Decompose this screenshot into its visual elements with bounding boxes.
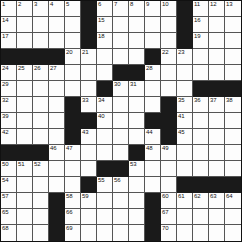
grid-cell[interactable]: [129, 225, 145, 241]
grid-cell[interactable]: 13: [225, 1, 241, 17]
grid-cell[interactable]: [225, 113, 241, 129]
grid-cell[interactable]: 46: [49, 145, 65, 161]
clue-number: 18: [98, 33, 104, 40]
grid-cell[interactable]: [33, 97, 49, 113]
grid-cell[interactable]: 23: [177, 49, 193, 65]
grid-cell[interactable]: [65, 33, 81, 49]
black-cell: [177, 1, 193, 17]
grid-cell[interactable]: [145, 17, 161, 33]
clue-number: 4: [50, 1, 53, 8]
grid-cell[interactable]: [49, 129, 65, 145]
grid-cell[interactable]: [225, 225, 241, 241]
grid-cell[interactable]: [17, 81, 33, 97]
grid-cell[interactable]: [33, 81, 49, 97]
grid-cell[interactable]: [49, 97, 65, 113]
grid-cell[interactable]: [129, 113, 145, 129]
black-cell: [209, 177, 225, 193]
grid-cell[interactable]: 20: [65, 49, 81, 65]
grid-cell[interactable]: [97, 145, 113, 161]
black-cell: [49, 193, 65, 209]
grid-cell[interactable]: 18: [97, 33, 113, 49]
clue-number: 24: [2, 65, 8, 72]
grid-cell[interactable]: [33, 17, 49, 33]
grid-cell[interactable]: 66: [65, 209, 81, 225]
clue-number: 19: [194, 33, 200, 40]
clue-number: 50: [2, 161, 8, 168]
grid-cell[interactable]: [209, 129, 225, 145]
clue-number: 31: [130, 81, 136, 88]
grid-cell[interactable]: [17, 177, 33, 193]
grid-cell[interactable]: [49, 161, 65, 177]
grid-cell[interactable]: 48: [145, 145, 161, 161]
grid-cell[interactable]: [113, 33, 129, 49]
grid-cell[interactable]: [33, 193, 49, 209]
clue-number: 25: [18, 65, 24, 72]
grid-cell[interactable]: 32: [1, 97, 17, 113]
grid-cell[interactable]: [65, 65, 81, 81]
grid-cell[interactable]: 64: [225, 193, 241, 209]
grid-cell[interactable]: [161, 177, 177, 193]
clue-number: 40: [98, 113, 104, 120]
grid-cell[interactable]: [225, 129, 241, 145]
black-cell: [81, 177, 97, 193]
grid-cell[interactable]: 50: [1, 161, 17, 177]
grid-cell[interactable]: 4: [49, 1, 65, 17]
grid-cell[interactable]: [33, 209, 49, 225]
grid-cell[interactable]: 51: [17, 161, 33, 177]
grid-cell[interactable]: [225, 33, 241, 49]
clue-number: 69: [66, 225, 72, 232]
black-cell: [33, 145, 49, 161]
grid-cell[interactable]: 9: [145, 1, 161, 17]
clue-number: 60: [162, 193, 168, 200]
clue-number: 26: [34, 65, 40, 72]
grid-cell[interactable]: [49, 81, 65, 97]
crossword-grid: 1234567891011121314151617181920212223242…: [0, 0, 242, 242]
clue-number: 15: [98, 17, 104, 24]
grid-cell[interactable]: [33, 225, 49, 241]
grid-cell[interactable]: [97, 49, 113, 65]
grid-cell[interactable]: [81, 145, 97, 161]
clue-number: 10: [162, 1, 168, 8]
grid-cell[interactable]: [113, 17, 129, 33]
grid-cell[interactable]: [113, 129, 129, 145]
grid-cell[interactable]: [209, 65, 225, 81]
clue-number: 52: [34, 161, 40, 168]
grid-cell[interactable]: 6: [97, 1, 113, 17]
grid-cell[interactable]: [177, 65, 193, 81]
black-cell: [1, 49, 17, 65]
clue-number: 34: [98, 97, 104, 104]
clue-number: 35: [178, 97, 184, 104]
grid-cell[interactable]: 45: [177, 129, 193, 145]
grid-cell[interactable]: [65, 17, 81, 33]
clue-number: 45: [178, 129, 184, 136]
grid-cell[interactable]: [193, 225, 209, 241]
grid-cell[interactable]: [81, 65, 97, 81]
grid-cell[interactable]: [193, 65, 209, 81]
grid-cell[interactable]: 42: [1, 129, 17, 145]
grid-cell[interactable]: 17: [1, 33, 17, 49]
grid-cell[interactable]: [225, 49, 241, 65]
clue-number: 2: [18, 1, 21, 8]
grid-cell[interactable]: [97, 193, 113, 209]
grid-cell[interactable]: [17, 129, 33, 145]
black-cell: [193, 177, 209, 193]
clue-number: 13: [226, 1, 232, 8]
grid-cell[interactable]: 39: [1, 113, 17, 129]
clue-number: 29: [2, 81, 8, 88]
grid-cell[interactable]: 43: [81, 129, 97, 145]
clue-number: 36: [194, 97, 200, 104]
grid-cell[interactable]: [161, 81, 177, 97]
black-cell: [49, 209, 65, 225]
black-cell: [161, 129, 177, 145]
grid-cell[interactable]: [65, 161, 81, 177]
grid-cell[interactable]: [97, 225, 113, 241]
clue-number: 64: [226, 193, 232, 200]
grid-cell[interactable]: [129, 129, 145, 145]
clue-number: 27: [50, 65, 56, 72]
grid-cell[interactable]: [65, 177, 81, 193]
clue-number: 68: [2, 225, 8, 232]
grid-cell[interactable]: [193, 145, 209, 161]
black-cell: [177, 17, 193, 33]
grid-cell[interactable]: [81, 225, 97, 241]
black-cell: [33, 49, 49, 65]
clue-number: 5: [66, 1, 69, 8]
grid-cell[interactable]: [129, 177, 145, 193]
grid-cell[interactable]: [113, 145, 129, 161]
grid-cell[interactable]: 59: [81, 193, 97, 209]
grid-cell[interactable]: [17, 193, 33, 209]
grid-cell[interactable]: [97, 209, 113, 225]
grid-cell[interactable]: 62: [193, 193, 209, 209]
black-cell: [49, 49, 65, 65]
black-cell: [161, 113, 177, 129]
grid-cell[interactable]: 70: [161, 225, 177, 241]
grid-cell[interactable]: [113, 113, 129, 129]
grid-cell[interactable]: [225, 209, 241, 225]
clue-number: 42: [2, 129, 8, 136]
grid-cell[interactable]: [177, 81, 193, 97]
grid-cell[interactable]: 29: [1, 81, 17, 97]
black-cell: [113, 161, 129, 177]
grid-cell[interactable]: [177, 209, 193, 225]
clue-number: 48: [146, 145, 152, 152]
clue-number: 61: [178, 193, 184, 200]
clue-number: 57: [2, 193, 8, 200]
black-cell: [97, 81, 113, 97]
grid-cell[interactable]: 35: [177, 97, 193, 113]
grid-cell[interactable]: [161, 17, 177, 33]
grid-cell[interactable]: 7: [113, 1, 129, 17]
grid-cell[interactable]: [177, 161, 193, 177]
grid-cell[interactable]: 21: [81, 49, 97, 65]
black-cell: [81, 1, 97, 17]
black-cell: [145, 113, 161, 129]
black-cell: [177, 177, 193, 193]
clue-number: 9: [146, 1, 149, 8]
grid-cell[interactable]: [209, 33, 225, 49]
clue-number: 12: [210, 1, 216, 8]
black-cell: [129, 65, 145, 81]
grid-cell[interactable]: [145, 177, 161, 193]
grid-cell[interactable]: 33: [81, 97, 97, 113]
clue-number: 44: [146, 129, 152, 136]
grid-cell[interactable]: [225, 161, 241, 177]
clue-number: 21: [82, 49, 88, 56]
clue-number: 23: [178, 49, 184, 56]
grid-cell[interactable]: 22: [161, 49, 177, 65]
grid-cell[interactable]: [33, 33, 49, 49]
grid-cell[interactable]: [209, 17, 225, 33]
clue-number: 47: [66, 145, 72, 152]
grid-cell[interactable]: 40: [97, 113, 113, 129]
black-cell: [145, 193, 161, 209]
grid-cell[interactable]: 65: [1, 209, 17, 225]
grid-cell[interactable]: [33, 129, 49, 145]
grid-cell[interactable]: [129, 209, 145, 225]
grid-cell[interactable]: 41: [177, 113, 193, 129]
grid-cell[interactable]: [113, 209, 129, 225]
clue-number: 28: [146, 65, 152, 72]
grid-cell[interactable]: [209, 49, 225, 65]
grid-cell[interactable]: 5: [65, 1, 81, 17]
clue-number: 8: [130, 1, 133, 8]
clue-number: 38: [226, 97, 232, 104]
grid-cell[interactable]: [33, 113, 49, 129]
grid-cell[interactable]: 55: [97, 177, 113, 193]
clue-number: 20: [66, 49, 72, 56]
grid-cell[interactable]: [49, 177, 65, 193]
clue-number: 65: [2, 209, 8, 216]
grid-cell[interactable]: [225, 17, 241, 33]
grid-cell[interactable]: 24: [1, 65, 17, 81]
black-cell: [225, 177, 241, 193]
clue-number: 39: [2, 113, 8, 120]
grid-cell[interactable]: [113, 225, 129, 241]
grid-cell[interactable]: 10: [161, 1, 177, 17]
grid-cell[interactable]: [209, 145, 225, 161]
grid-cell[interactable]: 30: [113, 81, 129, 97]
grid-cell[interactable]: 58: [65, 193, 81, 209]
grid-cell[interactable]: [161, 33, 177, 49]
grid-cell[interactable]: 26: [33, 65, 49, 81]
clue-number: 7: [114, 1, 117, 8]
grid-cell[interactable]: 53: [129, 161, 145, 177]
grid-cell[interactable]: [17, 225, 33, 241]
grid-cell[interactable]: [193, 113, 209, 129]
grid-cell[interactable]: [129, 193, 145, 209]
grid-cell[interactable]: [209, 113, 225, 129]
grid-cell[interactable]: [129, 49, 145, 65]
grid-cell[interactable]: [65, 81, 81, 97]
grid-cell[interactable]: 63: [209, 193, 225, 209]
grid-cell[interactable]: 19: [193, 33, 209, 49]
grid-cell[interactable]: [33, 177, 49, 193]
grid-cell[interactable]: 68: [1, 225, 17, 241]
black-cell: [97, 161, 113, 177]
grid-cell[interactable]: 67: [161, 209, 177, 225]
grid-cell[interactable]: [193, 209, 209, 225]
grid-cell[interactable]: 8: [129, 1, 145, 17]
grid-cell[interactable]: 61: [177, 193, 193, 209]
grid-cell[interactable]: 38: [225, 97, 241, 113]
grid-cell[interactable]: [209, 161, 225, 177]
clue-number: 43: [82, 129, 88, 136]
grid-cell[interactable]: [145, 33, 161, 49]
black-cell: [177, 33, 193, 49]
grid-cell[interactable]: 36: [193, 97, 209, 113]
grid-cell[interactable]: [81, 209, 97, 225]
grid-cell[interactable]: 44: [145, 129, 161, 145]
grid-cell[interactable]: 56: [113, 177, 129, 193]
grid-cell[interactable]: 69: [65, 225, 81, 241]
clue-number: 58: [66, 193, 72, 200]
grid-cell[interactable]: 12: [209, 1, 225, 17]
black-cell: [193, 81, 209, 97]
clue-number: 70: [162, 225, 168, 232]
grid-cell[interactable]: [225, 65, 241, 81]
grid-cell[interactable]: [193, 161, 209, 177]
clue-number: 14: [2, 17, 8, 24]
grid-cell[interactable]: 2: [17, 1, 33, 17]
clue-number: 16: [194, 17, 200, 24]
clue-number: 6: [98, 1, 101, 8]
clue-number: 56: [114, 177, 120, 184]
grid-cell[interactable]: 34: [97, 97, 113, 113]
black-cell: [81, 17, 97, 33]
black-cell: [65, 97, 81, 113]
grid-cell[interactable]: [177, 225, 193, 241]
clue-number: 41: [178, 113, 184, 120]
black-cell: [145, 209, 161, 225]
grid-cell[interactable]: [113, 97, 129, 113]
grid-cell[interactable]: [81, 161, 97, 177]
clue-number: 54: [2, 177, 8, 184]
clue-number: 53: [130, 161, 136, 168]
grid-cell[interactable]: [49, 113, 65, 129]
grid-cell[interactable]: [129, 97, 145, 113]
grid-cell[interactable]: [193, 129, 209, 145]
black-cell: [209, 81, 225, 97]
black-cell: [17, 145, 33, 161]
grid-cell[interactable]: [17, 113, 33, 129]
grid-cell[interactable]: [177, 145, 193, 161]
black-cell: [129, 145, 145, 161]
grid-cell[interactable]: 11: [193, 1, 209, 17]
clue-number: 67: [162, 209, 168, 216]
clue-number: 1: [2, 1, 5, 8]
black-cell: [145, 49, 161, 65]
grid-cell[interactable]: 16: [193, 17, 209, 33]
clue-number: 37: [210, 97, 216, 104]
black-cell: [113, 65, 129, 81]
grid-cell[interactable]: 49: [161, 145, 177, 161]
grid-cell[interactable]: [49, 33, 65, 49]
grid-cell[interactable]: [81, 81, 97, 97]
black-cell: [17, 49, 33, 65]
grid-cell[interactable]: 57: [1, 193, 17, 209]
black-cell: [225, 81, 241, 97]
clue-number: 17: [2, 33, 8, 40]
grid-cell[interactable]: [17, 209, 33, 225]
grid-cell[interactable]: 37: [209, 97, 225, 113]
grid-cell[interactable]: [129, 17, 145, 33]
grid-cell[interactable]: [161, 161, 177, 177]
clue-number: 51: [18, 161, 24, 168]
clue-number: 33: [82, 97, 88, 104]
grid-cell[interactable]: [161, 65, 177, 81]
grid-cell[interactable]: [225, 145, 241, 161]
black-cell: [65, 129, 81, 145]
grid-cell[interactable]: 54: [1, 177, 17, 193]
clue-number: 62: [194, 193, 200, 200]
grid-cell[interactable]: [113, 193, 129, 209]
clue-number: 55: [98, 177, 104, 184]
grid-cell[interactable]: 14: [1, 17, 17, 33]
grid-cell[interactable]: [97, 65, 113, 81]
grid-cell[interactable]: 27: [49, 65, 65, 81]
grid-cell[interactable]: [17, 33, 33, 49]
grid-cell[interactable]: [209, 225, 225, 241]
grid-cell[interactable]: [17, 97, 33, 113]
grid-cell[interactable]: [145, 161, 161, 177]
grid-cell[interactable]: [129, 33, 145, 49]
clue-number: 3: [34, 1, 37, 8]
grid-cell[interactable]: [209, 209, 225, 225]
black-cell: [65, 113, 81, 129]
clue-number: 63: [210, 193, 216, 200]
grid-cell[interactable]: 52: [33, 161, 49, 177]
black-cell: [81, 33, 97, 49]
grid-cell[interactable]: 60: [161, 193, 177, 209]
clue-number: 30: [114, 81, 120, 88]
black-cell: [1, 145, 17, 161]
grid-cell[interactable]: [193, 49, 209, 65]
grid-cell[interactable]: 47: [65, 145, 81, 161]
clue-number: 59: [82, 193, 88, 200]
clue-number: 32: [2, 97, 8, 104]
clue-number: 11: [194, 1, 200, 8]
grid-cell[interactable]: 3: [33, 1, 49, 17]
black-cell: [49, 225, 65, 241]
grid-cell[interactable]: [113, 49, 129, 65]
grid-cell[interactable]: [145, 81, 161, 97]
black-cell: [81, 113, 97, 129]
clue-number: 66: [66, 209, 72, 216]
grid-cell[interactable]: [17, 17, 33, 33]
grid-cell[interactable]: [145, 97, 161, 113]
grid-cell[interactable]: 31: [129, 81, 145, 97]
black-cell: [145, 225, 161, 241]
grid-cell[interactable]: 25: [17, 65, 33, 81]
clue-number: 46: [50, 145, 56, 152]
grid-cell[interactable]: [97, 129, 113, 145]
grid-cell[interactable]: 15: [97, 17, 113, 33]
clue-number: 49: [162, 145, 168, 152]
grid-cell[interactable]: 1: [1, 1, 17, 17]
grid-cell[interactable]: [49, 17, 65, 33]
black-cell: [161, 97, 177, 113]
clue-number: 22: [162, 49, 168, 56]
grid-cell[interactable]: 28: [145, 65, 161, 81]
